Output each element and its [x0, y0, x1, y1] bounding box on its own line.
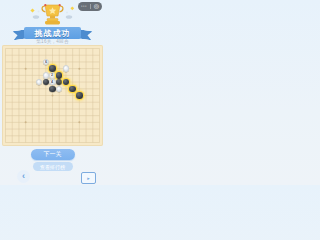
success-banner: 挑战成功 [0, 26, 105, 40]
next-level-label: 下一关 [44, 150, 62, 159]
replay-video-icon[interactable]: ▸ [81, 172, 96, 184]
gomoku-board[interactable]: 624 [2, 45, 103, 146]
next-level-button[interactable]: 下一关 [31, 149, 75, 160]
black-stone-winning [76, 92, 82, 98]
share-glyph: ‹ [22, 170, 25, 183]
black-stone [43, 79, 49, 85]
banner-band: 挑战成功 [24, 27, 81, 39]
leaderboard-label: 查看排行榜 [40, 164, 65, 170]
white-stone [36, 79, 42, 85]
banner-title: 挑战成功 [35, 28, 71, 39]
close-icon[interactable]: ◎ [91, 2, 103, 10]
black-stone-winning [49, 65, 55, 71]
white-stone: 2 [49, 72, 55, 78]
white-stone [43, 72, 49, 78]
gomoku-challenge-result-screen: { "game": "gomoku (five-in-a-row / 五子棋)"… [0, 0, 105, 185]
move-number: 6 [45, 60, 47, 64]
trophy-icon [26, 2, 79, 28]
black-stone-winning [56, 72, 62, 78]
white-stone: 4 [49, 79, 55, 85]
black-stone [49, 86, 55, 92]
black-stone-winning [69, 86, 75, 92]
share-back-icon[interactable]: ‹ [17, 170, 30, 183]
more-icon[interactable]: ⋯ [78, 2, 90, 10]
move-number: 4 [51, 80, 53, 84]
stones-layer: 624 [2, 45, 103, 146]
white-stone [56, 86, 62, 92]
level-round-subtitle: 第16关，4回合 [0, 39, 105, 44]
white-stone [63, 65, 69, 71]
wechat-capsule: ⋯ ◎ [78, 2, 102, 11]
white-stone: 6 [43, 59, 49, 65]
replay-glyph: ▸ [87, 175, 90, 181]
leaderboard-button[interactable]: 查看排行榜 [33, 162, 73, 171]
move-number: 2 [51, 74, 53, 78]
black-stone-winning [63, 79, 69, 85]
black-stone [56, 79, 62, 85]
